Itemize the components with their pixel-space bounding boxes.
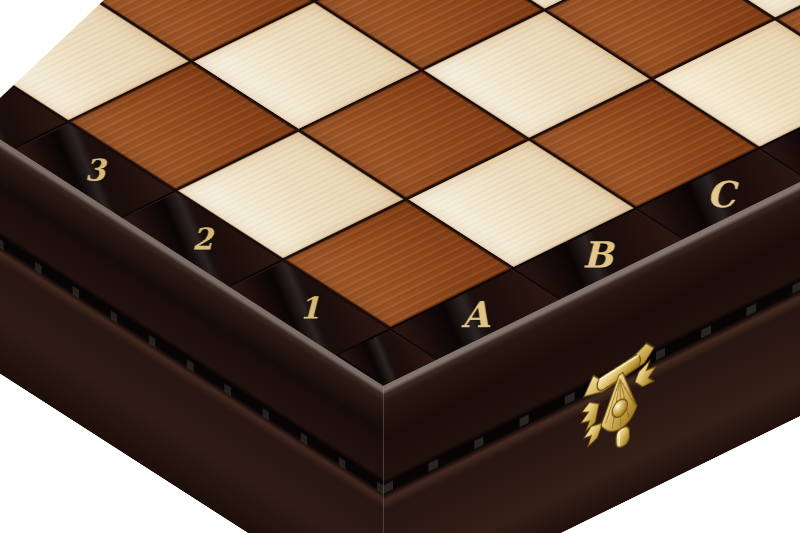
scene: 321 ABC xyxy=(0,0,800,533)
file-label-b: B xyxy=(583,233,614,275)
rank-label-3: 3 xyxy=(84,153,105,188)
product-photo-stage: 321 ABC xyxy=(0,0,800,533)
board-plane: 321 ABC xyxy=(0,0,800,386)
file-label-c: C xyxy=(707,173,736,215)
brass-clasp-icon xyxy=(580,334,658,474)
file-label-a: A xyxy=(461,294,489,336)
rank-label-2: 2 xyxy=(192,222,213,257)
rank-label-1: 1 xyxy=(299,291,320,326)
